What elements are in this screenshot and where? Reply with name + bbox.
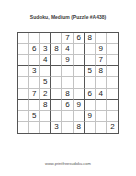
sudoku-cell-given[interactable]: 8 [51, 44, 62, 55]
sudoku-cell-empty[interactable] [74, 77, 85, 88]
sudoku-cell-empty[interactable] [85, 44, 96, 55]
sudoku-cell-empty[interactable] [51, 77, 62, 88]
sudoku-cell-given[interactable]: 8 [40, 100, 51, 111]
sudoku-cell-empty[interactable] [107, 55, 118, 66]
sudoku-cell-empty[interactable] [18, 89, 29, 100]
sudoku-cell-empty[interactable] [40, 122, 51, 133]
sudoku-cell-given[interactable]: 7 [62, 33, 73, 44]
sudoku-cell-given[interactable]: 6 [85, 89, 96, 100]
sudoku-cell-empty[interactable] [18, 55, 29, 66]
sudoku-cell-given[interactable]: 4 [40, 55, 51, 66]
sudoku-cell-empty[interactable] [85, 100, 96, 111]
sudoku-cell-empty[interactable] [40, 33, 51, 44]
sudoku-cell-given[interactable]: 5 [29, 111, 40, 122]
sudoku-cell-empty[interactable] [18, 100, 29, 111]
sudoku-cell-empty[interactable] [96, 122, 107, 133]
sudoku-cell-given[interactable]: 6 [29, 44, 40, 55]
sudoku-cell-empty[interactable] [29, 122, 40, 133]
sudoku-cell-empty[interactable] [51, 66, 62, 77]
sudoku-cell-empty[interactable] [107, 100, 118, 111]
sudoku-cell-empty[interactable] [18, 77, 29, 88]
sudoku-cell-empty[interactable] [74, 55, 85, 66]
sudoku-sheet: Sudoku, Medium (Puzzle #A438) 7686384949… [0, 0, 136, 176]
sudoku-cell-empty[interactable] [107, 77, 118, 88]
sudoku-cell-empty[interactable] [40, 111, 51, 122]
sudoku-cell-empty[interactable] [96, 77, 107, 88]
sudoku-cell-empty[interactable] [29, 33, 40, 44]
sudoku-cell-empty[interactable] [51, 89, 62, 100]
sudoku-cell-empty[interactable] [107, 89, 118, 100]
sudoku-cell-given[interactable]: 3 [51, 122, 62, 133]
sudoku-cell-given[interactable]: 9 [62, 55, 73, 66]
sudoku-cell-empty[interactable] [62, 122, 73, 133]
sudoku-cell-empty[interactable] [74, 111, 85, 122]
footer-url: www.printfreesudoku.com [0, 161, 136, 166]
sudoku-cell-given[interactable]: 6 [74, 33, 85, 44]
sudoku-cell-empty[interactable] [85, 77, 96, 88]
sudoku-cell-empty[interactable] [51, 111, 62, 122]
sudoku-cell-empty[interactable] [29, 77, 40, 88]
sudoku-cell-given[interactable]: 2 [40, 89, 51, 100]
sudoku-cell-empty[interactable] [29, 100, 40, 111]
sudoku-cell-empty[interactable] [107, 33, 118, 44]
sudoku-cell-empty[interactable] [62, 77, 73, 88]
sudoku-cell-empty[interactable] [51, 100, 62, 111]
sudoku-cell-empty[interactable] [51, 33, 62, 44]
sudoku-cell-given[interactable]: 9 [96, 44, 107, 55]
sudoku-cell-empty[interactable] [96, 100, 107, 111]
sudoku-cell-given[interactable]: 7 [29, 89, 40, 100]
sudoku-cell-empty[interactable] [29, 55, 40, 66]
sudoku-cell-empty[interactable] [85, 122, 96, 133]
sudoku-cell-given[interactable]: 7 [96, 55, 107, 66]
sudoku-cell-empty[interactable] [107, 111, 118, 122]
sudoku-cell-given[interactable]: 3 [40, 44, 51, 55]
sudoku-cell-empty[interactable] [74, 44, 85, 55]
sudoku-cell-given[interactable]: 4 [96, 89, 107, 100]
sudoku-cell-empty[interactable] [96, 111, 107, 122]
sudoku-cell-empty[interactable] [85, 55, 96, 66]
sudoku-cell-empty[interactable] [62, 111, 73, 122]
sudoku-cell-empty[interactable] [18, 33, 29, 44]
sudoku-cell-empty[interactable] [107, 66, 118, 77]
sudoku-cell-empty[interactable] [74, 89, 85, 100]
sudoku-cell-given[interactable]: 9 [74, 100, 85, 111]
sudoku-cell-given[interactable]: 6 [62, 100, 73, 111]
sudoku-grid: 7686384949735857286486959382 [17, 32, 119, 134]
sudoku-cell-given[interactable]: 8 [85, 33, 96, 44]
sudoku-cell-empty[interactable] [96, 33, 107, 44]
sudoku-cell-given[interactable]: 5 [40, 77, 51, 88]
puzzle-title: Sudoku, Medium (Puzzle #A438) [0, 14, 136, 20]
sudoku-cell-given[interactable]: 8 [74, 122, 85, 133]
sudoku-cell-given[interactable]: 5 [85, 66, 96, 77]
sudoku-cell-empty[interactable] [18, 44, 29, 55]
sudoku-cell-empty[interactable] [18, 111, 29, 122]
sudoku-cell-given[interactable]: 9 [85, 111, 96, 122]
sudoku-cell-empty[interactable] [40, 66, 51, 77]
sudoku-cell-given[interactable]: 2 [107, 122, 118, 133]
sudoku-cell-given[interactable]: 8 [62, 89, 73, 100]
sudoku-cell-given[interactable]: 4 [62, 44, 73, 55]
sudoku-cell-empty[interactable] [51, 55, 62, 66]
sudoku-cell-given[interactable]: 8 [96, 66, 107, 77]
sudoku-cell-empty[interactable] [18, 122, 29, 133]
sudoku-cell-empty[interactable] [74, 66, 85, 77]
sudoku-cell-given[interactable]: 3 [29, 66, 40, 77]
sudoku-cell-empty[interactable] [62, 66, 73, 77]
sudoku-cell-empty[interactable] [107, 44, 118, 55]
sudoku-cell-empty[interactable] [18, 66, 29, 77]
